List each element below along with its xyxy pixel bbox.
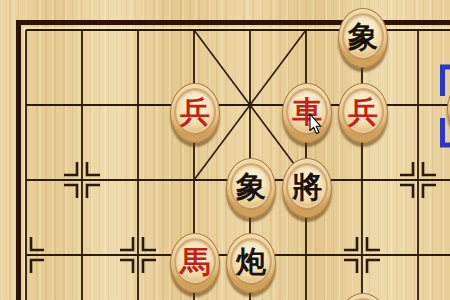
piece-red-soldier[interactable]: 兵: [338, 83, 388, 143]
piece-unknown-unknown[interactable]: [338, 293, 388, 300]
piece-glyph: 兵: [339, 97, 387, 127]
piece-glyph: 車: [283, 97, 331, 127]
piece-red-chariot[interactable]: 車: [282, 83, 332, 143]
piece-black-elephant[interactable]: 象: [226, 158, 276, 218]
piece-glyph: 將: [283, 172, 331, 202]
game-window: 象兵車兵象將炮馬: [0, 0, 450, 300]
piece-black-elephant[interactable]: 象: [338, 8, 388, 68]
piece-red-horse[interactable]: 馬: [170, 233, 220, 293]
piece-glyph: 炮: [227, 247, 275, 277]
piece-red-soldier[interactable]: 兵: [170, 83, 220, 143]
piece-glyph: 兵: [171, 97, 219, 127]
piece-glyph: 象: [339, 22, 387, 52]
piece-black-cannon[interactable]: 炮: [226, 233, 276, 293]
piece-black-general[interactable]: 將: [282, 158, 332, 218]
pieces-layer: 象兵車兵象將炮馬: [0, 0, 450, 300]
piece-glyph: 馬: [171, 247, 219, 277]
piece-glyph: 象: [227, 172, 275, 202]
